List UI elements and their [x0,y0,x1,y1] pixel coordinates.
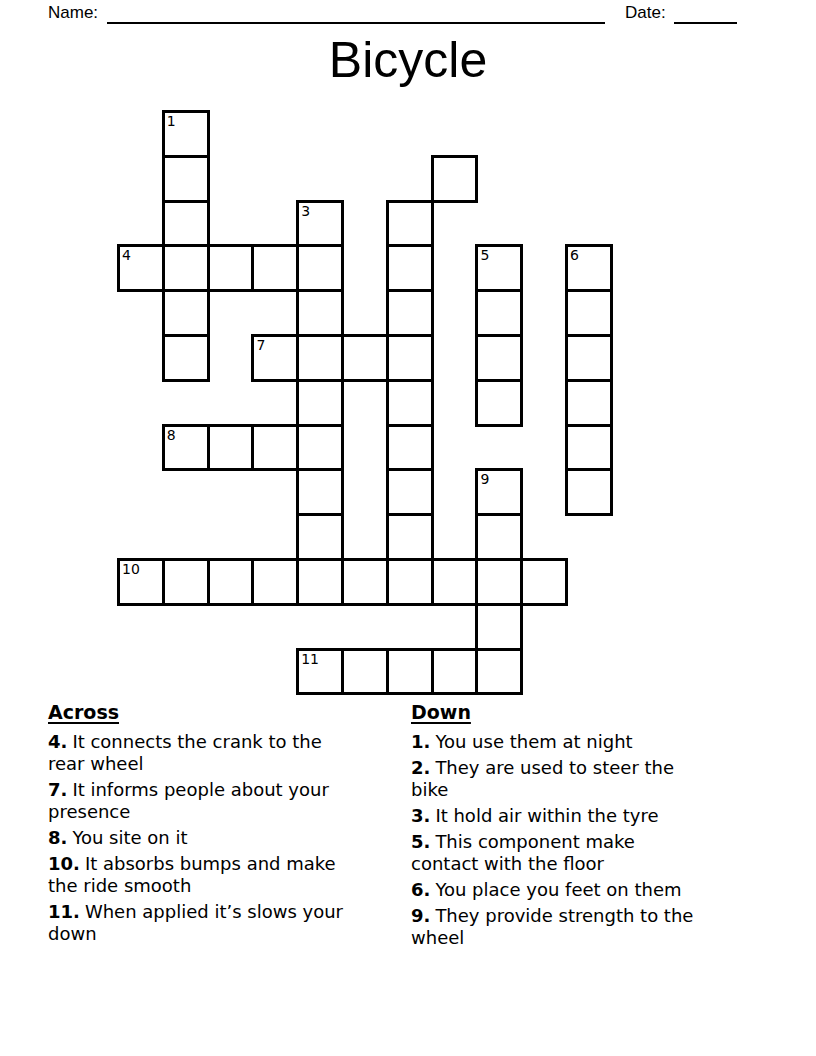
cell-number: 1 [167,113,176,129]
grid-cell-r12c5[interactable] [341,648,389,696]
cell-number: 9 [480,471,489,487]
grid-cell-r3c1[interactable] [162,244,210,292]
clue-number: 3. [411,805,430,826]
clue-text: It hold air within the tyre [435,805,658,826]
across-clue-list: 4.It connects the crank to therear wheel… [48,731,418,945]
clue-text: This component makecontact with the floo… [411,831,635,874]
grid-cell-r11c8[interactable] [475,603,523,651]
grid-cell-r12c8[interactable] [475,648,523,696]
grid-cell-r7c1[interactable]: 8 [162,424,210,472]
clue-number: 6. [411,879,430,900]
grid-cell-r3c10[interactable]: 6 [565,244,613,292]
grid-cell-r7c10[interactable] [565,424,613,472]
page-title: Bicycle [0,30,816,90]
grid-cell-r10c5[interactable] [341,558,389,606]
grid-cell-r10c0[interactable]: 10 [117,558,165,606]
grid-cell-r10c2[interactable] [207,558,255,606]
grid-cell-r5c8[interactable] [475,334,523,382]
clue-text: They provide strength to thewheel [411,905,693,948]
cell-number: 5 [480,247,489,263]
grid-cell-r3c4[interactable] [296,244,344,292]
clue-text: It informs people about yourpresence [48,779,329,822]
clue-text: When applied it’s slows yourdown [48,901,343,944]
clue-down-9: 9.They provide strength to thewheel [411,905,781,949]
grid-cell-r4c4[interactable] [296,289,344,337]
grid-cell-r5c4[interactable] [296,334,344,382]
grid-cell-r10c6[interactable] [386,558,434,606]
grid-cell-r0c1[interactable]: 1 [162,110,210,158]
clue-down-3: 3.It hold air within the tyre [411,805,781,827]
clue-text: It connects the crank to therear wheel [48,731,322,774]
grid-cell-r5c6[interactable] [386,334,434,382]
clue-down-5: 5.This component makecontact with the fl… [411,831,781,875]
grid-cell-r3c8[interactable]: 5 [475,244,523,292]
grid-cell-r4c1[interactable] [162,289,210,337]
grid-cell-r8c8[interactable]: 9 [475,468,523,516]
clue-number: 9. [411,905,430,926]
clue-across-11: 11.When applied it’s slows yourdown [48,901,418,945]
clue-down-6: 6.You place you feet on them [411,879,781,901]
grid-cell-r9c8[interactable] [475,513,523,561]
grid-cell-r9c4[interactable] [296,513,344,561]
grid-cell-r9c6[interactable] [386,513,434,561]
crossword-worksheet: Name: Date: Bicycle 134567891011 Across … [0,0,816,1056]
grid-cell-r12c4[interactable]: 11 [296,648,344,696]
grid-cell-r10c1[interactable] [162,558,210,606]
clue-across-8: 8.You site on it [48,827,418,849]
grid-cell-r8c10[interactable] [565,468,613,516]
down-clue-list: 1.You use them at night2.They are used t… [411,731,781,949]
grid-cell-r2c6[interactable] [386,200,434,248]
grid-cell-r3c0[interactable]: 4 [117,244,165,292]
across-heading: Across [48,700,418,724]
grid-cell-r7c6[interactable] [386,424,434,472]
grid-cell-r6c8[interactable] [475,379,523,427]
grid-cell-r10c3[interactable] [251,558,299,606]
grid-cell-r7c2[interactable] [207,424,255,472]
clue-across-10: 10.It absorbs bumps and makethe ride smo… [48,853,418,897]
cell-number: 3 [301,203,310,219]
grid-cell-r6c10[interactable] [565,379,613,427]
cell-number: 10 [122,561,140,577]
grid-cell-r1c7[interactable] [431,155,479,203]
grid-cell-r4c8[interactable] [475,289,523,337]
name-label: Name: [48,2,98,23]
grid-cell-r7c3[interactable] [251,424,299,472]
grid-cell-r5c5[interactable] [341,334,389,382]
cell-number: 7 [256,337,265,353]
clue-number: 8. [48,827,67,848]
grid-cell-r5c10[interactable] [565,334,613,382]
clue-number: 7. [48,779,67,800]
grid-cell-r5c3[interactable]: 7 [251,334,299,382]
name-blank-line[interactable] [107,0,605,24]
cell-number: 4 [122,247,131,263]
clue-number: 5. [411,831,430,852]
grid-cell-r8c4[interactable] [296,468,344,516]
grid-cell-r3c2[interactable] [207,244,255,292]
grid-cell-r1c1[interactable] [162,155,210,203]
down-clues-section: Down 1.You use them at night2.They are u… [411,700,781,953]
grid-cell-r10c4[interactable] [296,558,344,606]
grid-cell-r7c4[interactable] [296,424,344,472]
clue-text: You place you feet on them [435,879,681,900]
cell-number: 8 [167,427,176,443]
grid-cell-r12c7[interactable] [431,648,479,696]
grid-cell-r5c1[interactable] [162,334,210,382]
clue-number: 11. [48,901,80,922]
clue-text: It absorbs bumps and makethe ride smooth [48,853,336,896]
date-blank-line[interactable] [674,0,737,24]
clue-number: 4. [48,731,67,752]
clue-text: They are used to steer thebike [411,757,674,800]
date-label: Date: [625,2,666,23]
clue-number: 10. [48,853,80,874]
grid-cell-r3c6[interactable] [386,244,434,292]
across-clues-section: Across 4.It connects the crank to therea… [48,700,418,949]
grid-cell-r6c6[interactable] [386,379,434,427]
clue-down-1: 1.You use them at night [411,731,781,753]
grid-cell-r8c6[interactable] [386,468,434,516]
cell-number: 6 [570,247,579,263]
clue-text: You site on it [72,827,187,848]
clue-across-4: 4.It connects the crank to therear wheel [48,731,418,775]
grid-cell-r2c1[interactable] [162,200,210,248]
grid-cell-r10c8[interactable] [475,558,523,606]
cell-number: 11 [301,651,319,667]
clue-number: 2. [411,757,430,778]
grid-cell-r4c10[interactable] [565,289,613,337]
grid-cell-r12c6[interactable] [386,648,434,696]
grid-cell-r6c4[interactable] [296,379,344,427]
grid-cell-r3c3[interactable] [251,244,299,292]
grid-cell-r2c4[interactable]: 3 [296,200,344,248]
grid-cell-r10c9[interactable] [520,558,568,606]
clue-number: 1. [411,731,430,752]
grid-cell-r4c6[interactable] [386,289,434,337]
grid-cell-r10c7[interactable] [431,558,479,606]
clue-across-7: 7.It informs people about yourpresence [48,779,418,823]
clue-down-2: 2.They are used to steer thebike [411,757,781,801]
down-heading: Down [411,700,781,724]
clue-text: You use them at night [435,731,632,752]
